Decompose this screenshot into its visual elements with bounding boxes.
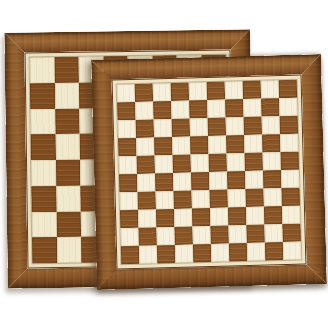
draughts-board-10x10-square-r9c3-light: [156, 227, 174, 245]
draughts-board-10x10-square-r1c8-dark: [243, 81, 261, 99]
draughts-board-10x10-square-r8c7-dark: [228, 207, 246, 225]
chessboard-8x8-square-r2c1-dark: [30, 83, 55, 109]
draughts-board-10x10-square-r8c3-dark: [156, 209, 174, 227]
draughts-board-10x10-square-r9c1-light: [120, 228, 138, 246]
chessboard-8x8-square-r7c2-dark: [56, 211, 81, 237]
chessboard-8x8-square-r1c1-light: [30, 57, 55, 83]
draughts-board-10x10-square-r6c3-dark: [155, 173, 173, 191]
draughts-board-10x10-square-r8c5-dark: [192, 208, 210, 226]
draughts-board-10x10-square-r10c4-light: [175, 244, 193, 262]
draughts-board-10x10-square-r10c2-light: [139, 245, 157, 263]
draughts-board-10x10-square-r2c4-light: [171, 100, 189, 118]
draughts-board-10x10: [91, 54, 327, 290]
draughts-board-10x10-square-r8c6-light: [210, 208, 228, 226]
draughts-board-10x10-square-r1c1-light: [117, 84, 135, 102]
draughts-board-10x10-square-r6c9-dark: [263, 170, 281, 188]
draughts-board-10x10-square-r10c9-dark: [265, 242, 283, 260]
draughts-board-10x10-square-r6c6-light: [209, 172, 227, 190]
draughts-board-10x10-square-r7c9-light: [263, 188, 281, 206]
draughts-board-10x10-square-r1c5-light: [189, 82, 207, 100]
draughts-board-10x10-square-r10c5-dark: [193, 244, 211, 262]
chessboard-8x8-square-r3c2-dark: [55, 108, 80, 134]
draughts-board-10x10-square-r5c3-light: [155, 155, 173, 173]
draughts-board-10x10-square-r5c1-light: [119, 156, 137, 174]
draughts-board-10x10-square-r6c8-light: [245, 171, 263, 189]
draughts-board-10x10-square-r2c2-light: [135, 101, 153, 119]
draughts-board-10x10-square-r3c10-dark: [280, 116, 298, 134]
draughts-board-10x10-square-r3c5-light: [190, 118, 208, 136]
draughts-board-10x10-square-r6c5-dark: [191, 172, 209, 190]
draughts-board-10x10-square-r1c6-dark: [207, 82, 225, 100]
draughts-board-10x10-square-r5c4-dark: [173, 154, 191, 172]
draughts-board-10x10-square-r2c6-light: [207, 100, 225, 118]
draughts-board-10x10-square-r1c4-dark: [171, 83, 189, 101]
draughts-board-10x10-square-r3c2-dark: [136, 119, 154, 137]
draughts-board-10x10-square-r3c7-light: [226, 117, 244, 135]
draughts-board-10x10-square-r4c6-light: [208, 136, 226, 154]
draughts-board-10x10-square-r9c2-dark: [138, 227, 156, 245]
front-board-border-strip: [112, 75, 307, 270]
draughts-board-10x10-square-r1c10-dark: [279, 80, 297, 98]
draughts-board-10x10-square-r5c5-light: [191, 154, 209, 172]
draughts-board-10x10-square-r2c7-dark: [225, 99, 243, 117]
draughts-board-10x10-square-r3c8-dark: [244, 117, 262, 135]
chessboard-8x8-square-r6c1-dark: [31, 186, 56, 212]
draughts-board-10x10-square-r10c8-light: [247, 243, 265, 261]
draughts-board-10x10-square-r3c4-dark: [172, 118, 190, 136]
draughts-board-10x10-square-r10c10-light: [283, 242, 301, 260]
draughts-board-10x10-square-r6c2-light: [137, 173, 155, 191]
draughts-board-10x10-square-r2c5-dark: [189, 100, 207, 118]
draughts-board-10x10-square-r9c5-light: [192, 226, 210, 244]
draughts-board-10x10-square-r9c10-dark: [282, 224, 300, 242]
draughts-board-10x10-square-r4c1-dark: [118, 138, 136, 156]
draughts-board-10x10-square-r4c3-dark: [154, 137, 172, 155]
draughts-board-10x10-square-r4c9-dark: [262, 134, 280, 152]
draughts-board-10x10-square-r1c2-dark: [135, 83, 153, 101]
draughts-board-10x10-square-r3c3-light: [154, 119, 172, 137]
draughts-board-10x10-square-r10c1-dark: [121, 246, 139, 264]
draughts-board-10x10-square-r3c1-light: [118, 120, 136, 138]
chessboard-8x8-square-r4c2-light: [55, 134, 80, 160]
draughts-board-10x10-square-r5c6-dark: [209, 154, 227, 172]
draughts-board-10x10-square-r8c8-light: [246, 207, 264, 225]
draughts-board-10x10-square-r1c7-light: [225, 81, 243, 99]
chessboard-8x8-square-r7c1-light: [32, 212, 57, 238]
draughts-board-10x10-square-r7c2-dark: [137, 191, 155, 209]
draughts-board-10x10-square-r2c8-light: [243, 99, 261, 117]
draughts-board-10x10-square-r1c3-light: [153, 83, 171, 101]
draughts-board-10x10-square-r6c1-dark: [119, 174, 137, 192]
chessboard-8x8-square-r6c2-light: [56, 185, 81, 211]
draughts-board-10x10-square-r8c1-dark: [120, 210, 138, 228]
draughts-board-10x10-square-r5c9-light: [263, 152, 281, 170]
draughts-board-10x10-square-r9c7-light: [228, 225, 246, 243]
draughts-board-10x10-square-r4c8-light: [244, 135, 262, 153]
product-photo-scene: [0, 0, 328, 328]
draughts-board-10x10-square-r4c10-light: [280, 134, 298, 152]
draughts-board-10x10-square-r8c10-light: [282, 206, 300, 224]
chessboard-8x8-square-r5c1-light: [31, 160, 56, 186]
draughts-board-10x10-square-r3c6-dark: [208, 118, 226, 136]
draughts-board-10x10-square-r2c10-light: [279, 98, 297, 116]
draughts-board-10x10-square-r7c1-light: [120, 192, 138, 210]
draughts-board-10x10-square-r6c10-light: [281, 170, 299, 188]
draughts-board-10x10-square-r4c7-dark: [226, 135, 244, 153]
chessboard-8x8-square-r5c2-dark: [56, 160, 81, 186]
draughts-board-10x10-square-r10c3-dark: [157, 245, 175, 263]
chessboard-8x8-square-r3c1-light: [30, 109, 55, 135]
draughts-board-10x10-square-r2c1-dark: [117, 102, 135, 120]
draughts-board-10x10-square-r5c8-dark: [245, 153, 263, 171]
chessboard-8x8-square-r1c2-dark: [54, 57, 79, 83]
draughts-board-10x10-square-r4c4-light: [172, 136, 190, 154]
draughts-board-grid: [117, 80, 302, 265]
draughts-board-10x10-square-r8c4-light: [174, 208, 192, 226]
draughts-board-10x10-square-r10c6-light: [211, 244, 229, 262]
draughts-board-10x10-square-r7c8-dark: [245, 189, 263, 207]
draughts-board-10x10-square-r7c10-dark: [281, 188, 299, 206]
draughts-board-10x10-square-r7c4-dark: [173, 190, 191, 208]
chessboard-8x8-square-r8c1-dark: [32, 237, 57, 263]
draughts-board-10x10-square-r9c6-dark: [210, 226, 228, 244]
draughts-board-10x10-square-r6c4-light: [173, 172, 191, 190]
draughts-board-10x10-square-r5c2-dark: [137, 155, 155, 173]
draughts-board-10x10-square-r7c6-dark: [209, 190, 227, 208]
draughts-board-10x10-square-r10c7-dark: [229, 243, 247, 261]
draughts-board-10x10-square-r7c7-light: [227, 189, 245, 207]
draughts-board-10x10-square-r1c9-light: [261, 80, 279, 98]
draughts-board-10x10-square-r2c9-dark: [261, 98, 279, 116]
draughts-board-10x10-square-r5c7-light: [227, 153, 245, 171]
draughts-board-10x10-square-r9c9-light: [264, 224, 282, 242]
draughts-board-10x10-square-r9c8-dark: [246, 225, 264, 243]
draughts-board-10x10-square-r8c2-light: [138, 209, 156, 227]
draughts-board-10x10-square-r8c9-dark: [264, 206, 282, 224]
draughts-board-10x10-square-r4c2-light: [136, 137, 154, 155]
chessboard-8x8-square-r8c2-light: [57, 237, 82, 263]
chessboard-8x8-square-r2c2-light: [54, 82, 79, 108]
draughts-board-10x10-square-r2c3-dark: [153, 101, 171, 119]
chessboard-8x8-square-r4c1-dark: [31, 134, 56, 160]
draughts-board-10x10-square-r9c4-dark: [174, 226, 192, 244]
draughts-board-10x10-square-r7c5-light: [191, 190, 209, 208]
draughts-board-10x10-square-r3c9-light: [262, 116, 280, 134]
draughts-board-10x10-square-r5c10-dark: [281, 152, 299, 170]
draughts-board-10x10-square-r7c3-light: [155, 191, 173, 209]
draughts-board-10x10-square-r6c7-dark: [227, 171, 245, 189]
draughts-board-10x10-square-r4c5-dark: [190, 136, 208, 154]
